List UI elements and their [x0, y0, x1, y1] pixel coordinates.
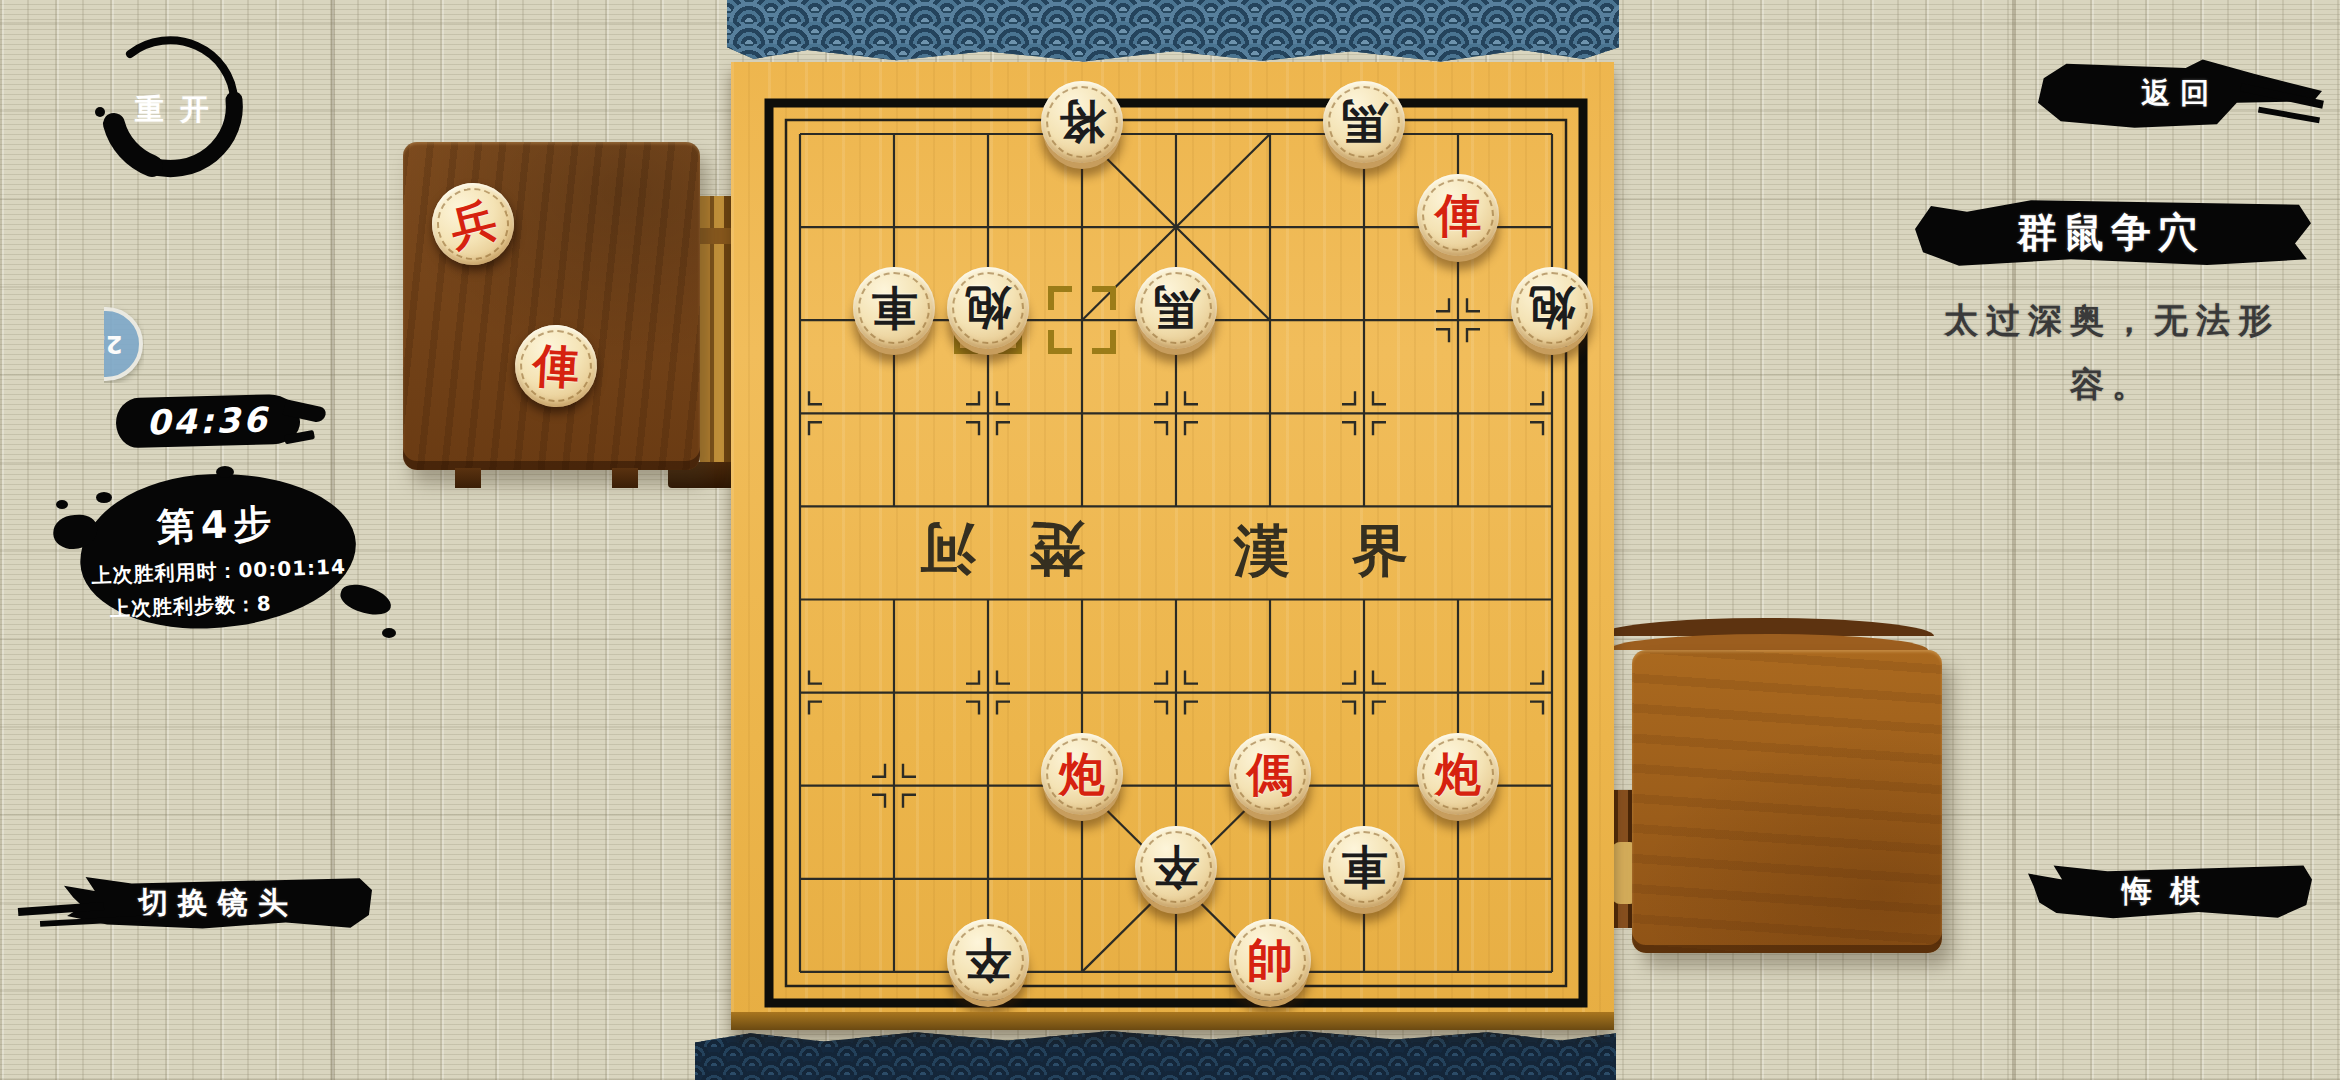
scenario-description-line1: 太过深奥，无法形	[1912, 288, 2312, 352]
right-chair-back	[1608, 634, 1928, 650]
left-table-leg	[612, 468, 638, 488]
piece-red-傌[interactable]: 傌	[1229, 733, 1311, 815]
table-cloth-bottom	[695, 1028, 1616, 1080]
ink-dot	[96, 492, 112, 503]
undo-button-label: 悔棋	[2122, 871, 2218, 912]
board-edge	[731, 1012, 1614, 1030]
piece-black-車[interactable]: 車	[1323, 826, 1405, 908]
restart-button-label: 重开	[92, 90, 252, 130]
scenario-description: 太过深奥，无法形 容。	[1912, 288, 2312, 416]
last-move-marker	[1048, 286, 1116, 354]
last-win-steps-label: 上次胜利步数：	[110, 592, 258, 621]
river-label: 楚	[1027, 517, 1087, 583]
left-table-leg	[455, 468, 481, 488]
table-cloth-top	[727, 0, 1619, 64]
piece-red-帥[interactable]: 帥	[1229, 919, 1311, 1001]
switch-camera-label: 切换镜头	[138, 883, 298, 924]
ink-dot	[216, 466, 234, 478]
ink-streak	[2258, 107, 2320, 124]
scenario-title-banner: 群鼠争穴	[1911, 196, 2311, 268]
counter-badge-value: 22	[104, 330, 123, 358]
back-button-label: 返回	[2141, 74, 2219, 114]
restart-button[interactable]: 重开	[92, 28, 252, 186]
move-counter: 第4步	[78, 495, 356, 556]
piece-black-馬[interactable]: 馬	[1135, 267, 1217, 349]
piece-black-馬[interactable]: 馬	[1323, 81, 1405, 163]
last-win-time: 上次胜利用时：00:01:14	[80, 553, 357, 590]
piece-red-炮[interactable]: 炮	[1417, 733, 1499, 815]
scenario-title: 群鼠争穴	[2017, 205, 2205, 260]
piece-black-将[interactable]: 将	[1041, 81, 1123, 163]
game-timer: 04:36	[115, 394, 300, 449]
piece-black-卒[interactable]: 卒	[947, 919, 1029, 1001]
game-timer-value: 04:36	[146, 399, 270, 442]
river-label: 河	[918, 517, 978, 583]
piece-red-俥[interactable]: 俥	[1417, 174, 1499, 256]
piece-black-炮[interactable]: 炮	[947, 267, 1029, 349]
river-label: 漢	[1232, 517, 1292, 583]
last-win-time-value: 00:01:14	[238, 555, 346, 583]
xiangqi-board[interactable]: 河楚漢界将馬俥車炮馬炮炮傌炮卒車卒帥	[731, 62, 1614, 1028]
last-win-time-label: 上次胜利用时：	[91, 558, 239, 587]
piece-black-卒[interactable]: 卒	[1135, 826, 1217, 908]
tatami-seam	[2012, 0, 2016, 1080]
last-win-steps: 上次胜利步数：8	[82, 587, 359, 624]
river-label: 界	[1350, 517, 1410, 583]
ink-dot	[56, 500, 68, 509]
last-win-steps-value: 8	[256, 591, 272, 616]
scenario-description-line2: 容。	[1912, 352, 2312, 416]
piece-black-炮[interactable]: 炮	[1511, 267, 1593, 349]
piece-black-車[interactable]: 車	[853, 267, 935, 349]
ink-dot	[382, 628, 396, 638]
stats-panel: 第4步 上次胜利用时：00:01:14 上次胜利步数：8	[77, 469, 358, 633]
right-capture-table	[1632, 650, 1942, 953]
undo-button[interactable]: 悔棋	[2028, 862, 2312, 920]
piece-red-炮[interactable]: 炮	[1041, 733, 1123, 815]
counter-badge: 22	[104, 305, 144, 383]
